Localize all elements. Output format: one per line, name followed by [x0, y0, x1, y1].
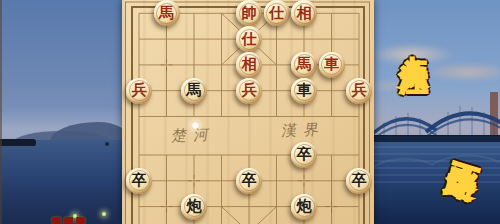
piece-character: 仕	[242, 31, 257, 46]
piece-red-soldier[interactable]: 兵	[236, 78, 262, 104]
piece-black-chariot[interactable]: 車	[291, 78, 317, 104]
piece-red-soldier[interactable]: 兵	[346, 78, 372, 104]
background-photo-left	[0, 0, 122, 224]
piece-character: 馬	[159, 5, 174, 20]
piece-character: 車	[324, 57, 339, 72]
piece-red-horse[interactable]: 馬	[291, 52, 317, 78]
piece-black-soldier[interactable]: 卒	[346, 168, 372, 194]
piece-red-elephant[interactable]: 相	[291, 0, 317, 26]
piece-black-soldier[interactable]: 卒	[126, 168, 152, 194]
piece-character: 馬	[297, 57, 312, 72]
boat-speck	[105, 142, 109, 146]
background-photo-right: 点关注 不迷路	[374, 0, 500, 224]
piece-black-soldier[interactable]: 卒	[236, 168, 262, 194]
jetty-silhouette	[0, 139, 36, 146]
piece-character: 炮	[297, 199, 312, 214]
video-frame: 点关注 不迷路 楚河 漢界 馬帥仕相仕相馬車兵馬兵車兵卒卒卒卒炮炮	[0, 0, 500, 224]
cropped-red-text	[64, 217, 73, 224]
piece-character: 兵	[242, 83, 257, 98]
piece-character: 卒	[297, 147, 312, 162]
piece-black-cannon[interactable]: 炮	[291, 194, 317, 220]
piece-red-horse[interactable]: 馬	[154, 0, 180, 26]
pieces-layer: 馬帥仕相仕相馬車兵馬兵車兵卒卒卒卒炮炮	[125, 0, 373, 224]
piece-character: 卒	[242, 173, 257, 188]
arch-bridge-illustration	[374, 0, 500, 224]
piece-character: 炮	[187, 199, 202, 214]
cropped-red-text	[76, 217, 86, 224]
cropped-red-text	[52, 217, 62, 224]
piece-red-advisor[interactable]: 仕	[264, 0, 290, 26]
shore-light	[102, 212, 106, 216]
piece-character: 馬	[187, 83, 202, 98]
piece-black-horse[interactable]: 馬	[181, 78, 207, 104]
piece-character: 卒	[352, 173, 367, 188]
piece-character: 帥	[242, 5, 257, 20]
piece-character: 仕	[269, 5, 284, 20]
piece-character: 卒	[132, 173, 147, 188]
piece-character: 相	[242, 57, 257, 72]
piece-character: 車	[297, 83, 312, 98]
piece-black-soldier[interactable]: 卒	[291, 142, 317, 168]
piece-character: 相	[297, 5, 312, 20]
piece-red-general[interactable]: 帥	[236, 0, 262, 26]
frame-edge	[0, 0, 2, 224]
piece-black-cannon[interactable]: 炮	[181, 194, 207, 220]
piece-red-advisor[interactable]: 仕	[236, 26, 262, 52]
caption-follow-text: 点关注	[394, 33, 434, 42]
xiangqi-board[interactable]: 楚河 漢界 馬帥仕相仕相馬車兵馬兵車兵卒卒卒卒炮炮	[122, 0, 374, 224]
piece-character: 兵	[352, 83, 367, 98]
piece-character: 兵	[132, 83, 147, 98]
piece-red-chariot[interactable]: 車	[319, 52, 345, 78]
piece-red-elephant[interactable]: 相	[236, 52, 262, 78]
piece-red-soldier[interactable]: 兵	[126, 78, 152, 104]
